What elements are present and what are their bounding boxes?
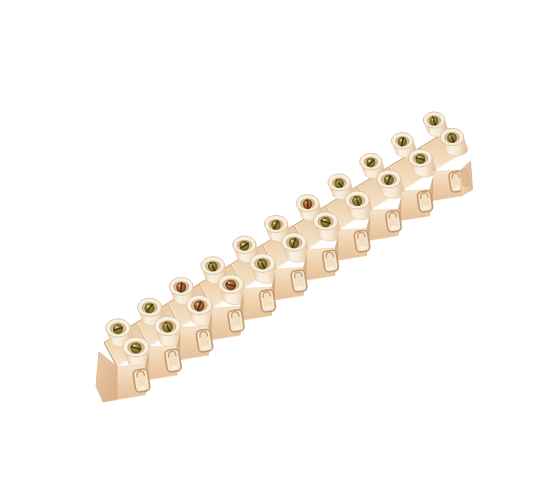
terminal-strip-photo: [0, 0, 560, 504]
product-photo: [0, 0, 560, 504]
screw-glint: [115, 326, 117, 328]
screw-glint: [273, 222, 275, 224]
screw-glint: [242, 243, 244, 245]
screw-glint: [337, 180, 339, 182]
wire-entry-window: [133, 369, 151, 393]
screw-glint: [305, 201, 307, 203]
screw-glint: [178, 284, 180, 286]
wire-entry-window: [227, 309, 244, 332]
screw-glint: [210, 264, 212, 266]
wire-entry-window: [290, 269, 307, 292]
screw-glint: [449, 135, 451, 137]
screw-glint: [323, 219, 325, 221]
wire-entry-window: [196, 329, 213, 353]
screw-glint: [431, 118, 433, 120]
wire-entry-window: [164, 349, 182, 373]
screw-glint: [291, 240, 293, 242]
screw-glint: [196, 303, 198, 305]
wire-entry-window: [354, 230, 371, 253]
screw-glint: [354, 198, 356, 200]
screw-glint: [164, 324, 166, 326]
wire-entry-window: [322, 250, 339, 273]
wire-entry-window: [417, 190, 433, 212]
screw-glint: [418, 156, 420, 158]
segment-11: [433, 170, 465, 201]
wire-entry-window: [259, 289, 276, 312]
screw-glint: [147, 305, 149, 307]
screw-glint: [368, 160, 370, 162]
screw-glint: [133, 345, 135, 347]
screw-glint: [259, 261, 261, 263]
wire-entry-window: [385, 210, 402, 232]
screw-glint: [386, 177, 388, 179]
screw-slot: [181, 283, 182, 292]
screw-glint: [400, 139, 402, 141]
screw-glint: [228, 282, 230, 284]
